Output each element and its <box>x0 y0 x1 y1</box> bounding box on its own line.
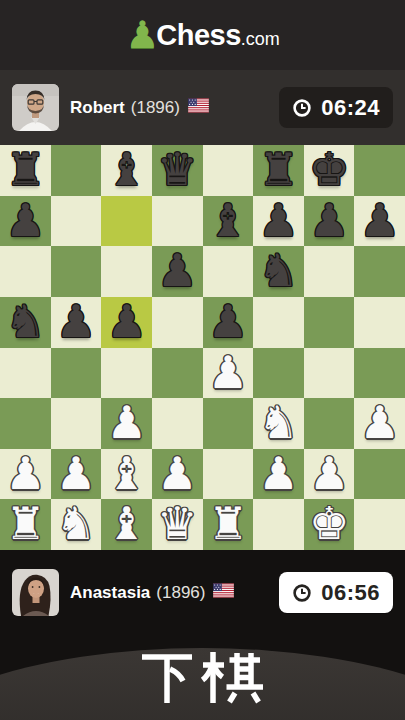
chess-app: ♟ Chess .com <box>0 0 405 720</box>
square-g5[interactable] <box>304 297 355 348</box>
square-e2[interactable] <box>203 449 254 500</box>
bottom-player-clock: 06:56 <box>279 572 393 613</box>
piece-black-rook: ♜ <box>0 145 51 196</box>
play-chess-glyphs <box>139 648 267 708</box>
square-c7[interactable] <box>101 196 152 247</box>
square-g7[interactable]: ♟ <box>304 196 355 247</box>
square-e8[interactable] <box>203 145 254 196</box>
square-e6[interactable] <box>203 246 254 297</box>
piece-white-pawn: ♟ <box>304 449 355 500</box>
square-a4[interactable] <box>0 348 51 399</box>
square-g6[interactable] <box>304 246 355 297</box>
square-a1[interactable]: ♜ <box>0 499 51 550</box>
top-player-clock: 06:24 <box>279 87 393 128</box>
piece-black-pawn: ♟ <box>253 196 304 247</box>
square-b1[interactable]: ♞ <box>51 499 102 550</box>
square-c5[interactable]: ♟ <box>101 297 152 348</box>
square-f2[interactable]: ♟ <box>253 449 304 500</box>
square-c4[interactable] <box>101 348 152 399</box>
clock-icon <box>292 98 312 118</box>
square-c1[interactable]: ♝ <box>101 499 152 550</box>
square-a5[interactable]: ♞ <box>0 297 51 348</box>
top-player-info: Robert (1896) <box>70 98 268 118</box>
piece-black-knight: ♞ <box>0 297 51 348</box>
square-a8[interactable]: ♜ <box>0 145 51 196</box>
piece-white-pawn: ♟ <box>152 449 203 500</box>
bottom-player-time: 06:56 <box>321 580 380 606</box>
square-g4[interactable] <box>304 348 355 399</box>
green-pawn-logo-icon: ♟ <box>125 16 159 54</box>
square-d8[interactable]: ♛ <box>152 145 203 196</box>
square-g3[interactable] <box>304 398 355 449</box>
square-b5[interactable]: ♟ <box>51 297 102 348</box>
chess-board: ♜♝♛♜♚♟♝♟♟♟♟♞♞♟♟♟♟♟♞♟♟♟♝♟♟♟♜♞♝♛♜♚ <box>0 145 405 550</box>
top-player-name: Robert <box>70 98 125 118</box>
square-d2[interactable]: ♟ <box>152 449 203 500</box>
square-f8[interactable]: ♜ <box>253 145 304 196</box>
square-h5[interactable] <box>354 297 405 348</box>
square-f3[interactable]: ♞ <box>253 398 304 449</box>
us-flag-icon <box>213 583 234 602</box>
square-h6[interactable] <box>354 246 405 297</box>
piece-white-rook: ♜ <box>203 499 254 550</box>
app-header: ♟ Chess .com <box>0 0 405 70</box>
piece-white-pawn: ♟ <box>101 398 152 449</box>
square-d1[interactable]: ♛ <box>152 499 203 550</box>
square-a3[interactable] <box>0 398 51 449</box>
square-d6[interactable]: ♟ <box>152 246 203 297</box>
square-b3[interactable] <box>51 398 102 449</box>
bottom-player-name: Anastasia <box>70 583 150 603</box>
square-c2[interactable]: ♝ <box>101 449 152 500</box>
piece-black-pawn: ♟ <box>101 297 152 348</box>
square-h8[interactable] <box>354 145 405 196</box>
us-flag-icon <box>188 98 209 117</box>
square-h2[interactable] <box>354 449 405 500</box>
top-player-rating: (1896) <box>131 98 180 118</box>
bottom-player-bar: Anastasia (1896) <box>0 550 405 635</box>
piece-black-pawn: ♟ <box>354 196 405 247</box>
square-e3[interactable] <box>203 398 254 449</box>
clock-icon <box>292 583 312 603</box>
piece-black-knight: ♞ <box>253 246 304 297</box>
square-f7[interactable]: ♟ <box>253 196 304 247</box>
square-d3[interactable] <box>152 398 203 449</box>
square-b7[interactable] <box>51 196 102 247</box>
bottom-player-info: Anastasia (1896) <box>70 583 268 603</box>
bottom-player-avatar[interactable] <box>12 569 59 616</box>
piece-white-king: ♚ <box>304 499 355 550</box>
square-f6[interactable]: ♞ <box>253 246 304 297</box>
square-d4[interactable] <box>152 348 203 399</box>
piece-white-queen: ♛ <box>152 499 203 550</box>
square-c8[interactable]: ♝ <box>101 145 152 196</box>
piece-black-bishop: ♝ <box>101 145 152 196</box>
square-h7[interactable]: ♟ <box>354 196 405 247</box>
square-e5[interactable]: ♟ <box>203 297 254 348</box>
square-a6[interactable] <box>0 246 51 297</box>
piece-black-pawn: ♟ <box>51 297 102 348</box>
piece-white-pawn: ♟ <box>0 449 51 500</box>
square-a7[interactable]: ♟ <box>0 196 51 247</box>
square-g1[interactable]: ♚ <box>304 499 355 550</box>
square-b6[interactable] <box>51 246 102 297</box>
square-d7[interactable] <box>152 196 203 247</box>
piece-white-pawn: ♟ <box>51 449 102 500</box>
piece-black-pawn: ♟ <box>203 297 254 348</box>
piece-white-bishop: ♝ <box>101 499 152 550</box>
piece-black-pawn: ♟ <box>152 246 203 297</box>
square-e7[interactable]: ♝ <box>203 196 254 247</box>
piece-black-pawn: ♟ <box>304 196 355 247</box>
piece-white-pawn: ♟ <box>253 449 304 500</box>
square-e4[interactable]: ♟ <box>203 348 254 399</box>
square-g8[interactable]: ♚ <box>304 145 355 196</box>
play-chess-button[interactable]: 下棋 <box>0 635 405 720</box>
piece-white-pawn: ♟ <box>203 348 254 399</box>
piece-white-knight: ♞ <box>253 398 304 449</box>
piece-black-rook: ♜ <box>253 145 304 196</box>
piece-white-knight: ♞ <box>51 499 102 550</box>
square-h4[interactable] <box>354 348 405 399</box>
square-f1[interactable] <box>253 499 304 550</box>
square-h3[interactable]: ♟ <box>354 398 405 449</box>
bottom-player-rating: (1896) <box>156 583 205 603</box>
square-d5[interactable] <box>152 297 203 348</box>
bottom-action-area: 下棋 <box>0 635 405 720</box>
top-player-avatar[interactable] <box>12 84 59 131</box>
piece-white-rook: ♜ <box>0 499 51 550</box>
square-a2[interactable]: ♟ <box>0 449 51 500</box>
square-c3[interactable]: ♟ <box>101 398 152 449</box>
square-f5[interactable] <box>253 297 304 348</box>
piece-black-bishop: ♝ <box>203 196 254 247</box>
square-h1[interactable] <box>354 499 405 550</box>
chesscom-logo: ♟ Chess .com <box>125 16 280 54</box>
top-player-bar: Robert (1896) <box>0 70 405 145</box>
square-e1[interactable]: ♜ <box>203 499 254 550</box>
piece-black-king: ♚ <box>304 145 355 196</box>
brand-name: Chess <box>156 19 241 52</box>
square-b8[interactable] <box>51 145 102 196</box>
piece-white-bishop: ♝ <box>101 449 152 500</box>
square-f4[interactable] <box>253 348 304 399</box>
brand-suffix: .com <box>241 29 280 50</box>
square-g2[interactable]: ♟ <box>304 449 355 500</box>
square-c6[interactable] <box>101 246 152 297</box>
top-player-time: 06:24 <box>321 95 380 121</box>
piece-white-pawn: ♟ <box>354 398 405 449</box>
piece-black-queen: ♛ <box>152 145 203 196</box>
piece-black-pawn: ♟ <box>0 196 51 247</box>
square-b4[interactable] <box>51 348 102 399</box>
square-b2[interactable]: ♟ <box>51 449 102 500</box>
